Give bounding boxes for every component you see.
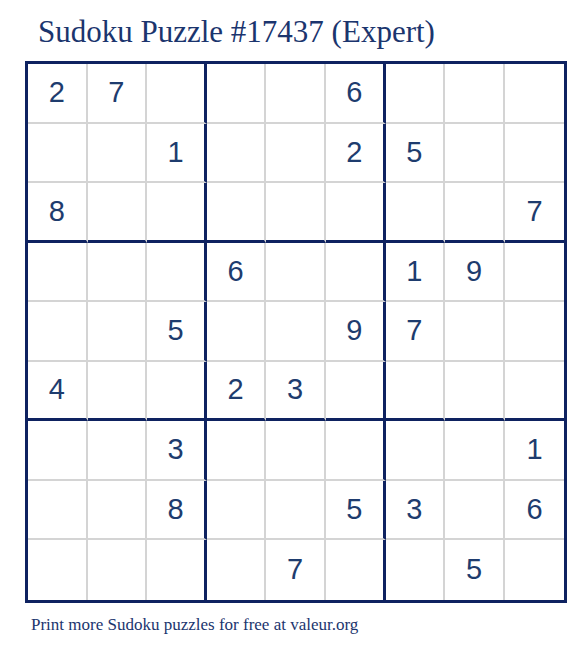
sudoku-cell-r5c6-given[interactable]: 9 (326, 302, 386, 362)
sudoku-cell-r8c4-empty[interactable] (207, 481, 267, 541)
sudoku-cell-r9c7-empty[interactable] (386, 540, 446, 600)
sudoku-cell-r3c2-empty[interactable] (88, 183, 148, 243)
sudoku-cell-r1c6-given[interactable]: 6 (326, 64, 386, 124)
sudoku-cell-r6c6-empty[interactable] (326, 362, 386, 422)
sudoku-cell-r8c9-given[interactable]: 6 (505, 481, 565, 541)
sudoku-cell-r9c9-empty[interactable] (505, 540, 565, 600)
sudoku-cell-r7c1-empty[interactable] (28, 421, 88, 481)
sudoku-cell-r9c5-given[interactable]: 7 (266, 540, 326, 600)
footer-text: Print more Sudoku puzzles for free at va… (31, 615, 358, 635)
sudoku-cell-r7c9-given[interactable]: 1 (505, 421, 565, 481)
sudoku-cell-r9c4-empty[interactable] (207, 540, 267, 600)
sudoku-cell-r2c9-empty[interactable] (505, 124, 565, 184)
sudoku-cell-r9c2-empty[interactable] (88, 540, 148, 600)
sudoku-cell-r7c6-empty[interactable] (326, 421, 386, 481)
sudoku-cell-r2c5-empty[interactable] (266, 124, 326, 184)
sudoku-cell-r4c5-empty[interactable] (266, 243, 326, 303)
sudoku-cell-r6c2-empty[interactable] (88, 362, 148, 422)
sudoku-board: 2761258761959742331853675 (25, 61, 567, 603)
sudoku-cell-r2c3-given[interactable]: 1 (147, 124, 207, 184)
sudoku-cell-r4c3-empty[interactable] (147, 243, 207, 303)
sudoku-cell-r5c7-given[interactable]: 7 (386, 302, 446, 362)
sudoku-cell-r5c5-empty[interactable] (266, 302, 326, 362)
sudoku-cell-r6c8-empty[interactable] (445, 362, 505, 422)
sudoku-cell-r2c2-empty[interactable] (88, 124, 148, 184)
sudoku-cell-r7c7-empty[interactable] (386, 421, 446, 481)
sudoku-cell-r7c4-empty[interactable] (207, 421, 267, 481)
sudoku-cell-r3c1-given[interactable]: 8 (28, 183, 88, 243)
sudoku-cell-r3c9-given[interactable]: 7 (505, 183, 565, 243)
sudoku-cell-r6c4-given[interactable]: 2 (207, 362, 267, 422)
sudoku-cell-r6c7-empty[interactable] (386, 362, 446, 422)
sudoku-cell-r9c6-empty[interactable] (326, 540, 386, 600)
sudoku-cell-r3c3-empty[interactable] (147, 183, 207, 243)
sudoku-cell-r1c9-empty[interactable] (505, 64, 565, 124)
sudoku-cell-r1c2-given[interactable]: 7 (88, 64, 148, 124)
sudoku-cell-r5c1-empty[interactable] (28, 302, 88, 362)
sudoku-cell-r2c1-empty[interactable] (28, 124, 88, 184)
sudoku-cell-r4c4-given[interactable]: 6 (207, 243, 267, 303)
sudoku-cell-r2c7-given[interactable]: 5 (386, 124, 446, 184)
sudoku-cell-r3c4-empty[interactable] (207, 183, 267, 243)
sudoku-page: Sudoku Puzzle #17437 (Expert) 2761258761… (0, 0, 580, 651)
puzzle-title: Sudoku Puzzle #17437 (Expert) (38, 14, 435, 50)
sudoku-cell-r1c4-empty[interactable] (207, 64, 267, 124)
sudoku-cell-r6c5-given[interactable]: 3 (266, 362, 326, 422)
sudoku-cell-r2c6-given[interactable]: 2 (326, 124, 386, 184)
sudoku-cell-r3c8-empty[interactable] (445, 183, 505, 243)
sudoku-cell-r1c5-empty[interactable] (266, 64, 326, 124)
sudoku-cell-r7c5-empty[interactable] (266, 421, 326, 481)
sudoku-cell-r6c1-given[interactable]: 4 (28, 362, 88, 422)
sudoku-cell-r8c6-given[interactable]: 5 (326, 481, 386, 541)
sudoku-cell-r2c8-empty[interactable] (445, 124, 505, 184)
sudoku-cell-r1c7-empty[interactable] (386, 64, 446, 124)
sudoku-cell-r4c1-empty[interactable] (28, 243, 88, 303)
sudoku-cell-r7c8-empty[interactable] (445, 421, 505, 481)
sudoku-cell-r8c8-empty[interactable] (445, 481, 505, 541)
sudoku-cell-r3c5-empty[interactable] (266, 183, 326, 243)
sudoku-cell-r2c4-empty[interactable] (207, 124, 267, 184)
sudoku-cell-r4c8-given[interactable]: 9 (445, 243, 505, 303)
sudoku-cell-r1c8-empty[interactable] (445, 64, 505, 124)
sudoku-cell-r4c2-empty[interactable] (88, 243, 148, 303)
sudoku-cell-r4c7-given[interactable]: 1 (386, 243, 446, 303)
sudoku-cell-r8c2-empty[interactable] (88, 481, 148, 541)
sudoku-cell-r8c1-empty[interactable] (28, 481, 88, 541)
sudoku-cell-r5c2-empty[interactable] (88, 302, 148, 362)
sudoku-cell-r1c1-given[interactable]: 2 (28, 64, 88, 124)
sudoku-cell-r8c5-empty[interactable] (266, 481, 326, 541)
sudoku-cell-r3c6-empty[interactable] (326, 183, 386, 243)
sudoku-cell-r9c1-empty[interactable] (28, 540, 88, 600)
sudoku-cell-r4c9-empty[interactable] (505, 243, 565, 303)
sudoku-cell-r8c3-given[interactable]: 8 (147, 481, 207, 541)
sudoku-cell-r9c8-given[interactable]: 5 (445, 540, 505, 600)
sudoku-cell-r5c4-empty[interactable] (207, 302, 267, 362)
sudoku-cell-r8c7-given[interactable]: 3 (386, 481, 446, 541)
sudoku-cell-r7c2-empty[interactable] (88, 421, 148, 481)
sudoku-cell-r1c3-empty[interactable] (147, 64, 207, 124)
sudoku-cell-r5c8-empty[interactable] (445, 302, 505, 362)
sudoku-cell-r6c3-empty[interactable] (147, 362, 207, 422)
sudoku-cell-r9c3-empty[interactable] (147, 540, 207, 600)
sudoku-cell-r6c9-empty[interactable] (505, 362, 565, 422)
sudoku-cell-r5c3-given[interactable]: 5 (147, 302, 207, 362)
sudoku-cell-r5c9-empty[interactable] (505, 302, 565, 362)
sudoku-cell-r4c6-empty[interactable] (326, 243, 386, 303)
sudoku-cell-r7c3-given[interactable]: 3 (147, 421, 207, 481)
sudoku-cell-r3c7-empty[interactable] (386, 183, 446, 243)
